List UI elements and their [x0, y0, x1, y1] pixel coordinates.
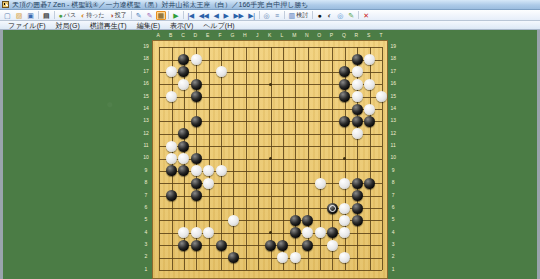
intersection-O10[interactable]	[314, 152, 326, 164]
intersection-F16[interactable]	[215, 78, 227, 90]
intersection-K9[interactable]	[264, 165, 276, 177]
new-file-icon[interactable]: ▢	[2, 11, 13, 20]
intersection-O14[interactable]	[314, 103, 326, 115]
intersection-B8[interactable]	[165, 177, 177, 189]
intersection-J12[interactable]	[252, 128, 264, 140]
pass-button[interactable]: ●パス	[57, 11, 79, 20]
intersection-C1[interactable]	[178, 264, 190, 276]
intersection-L16[interactable]	[277, 78, 289, 90]
intersection-E2[interactable]	[203, 251, 215, 263]
intersection-F15[interactable]	[215, 91, 227, 103]
intersection-M13[interactable]	[289, 115, 301, 127]
intersection-C6[interactable]	[178, 202, 190, 214]
intersection-A8[interactable]	[153, 177, 165, 189]
intersection-A1[interactable]	[153, 264, 165, 276]
intersection-E6[interactable]	[203, 202, 215, 214]
intersection-Q4[interactable]	[339, 227, 351, 239]
intersection-A13[interactable]	[153, 115, 165, 127]
intersection-H13[interactable]	[240, 115, 252, 127]
undo-button[interactable]: ◐待った	[79, 11, 107, 20]
intersection-F12[interactable]	[215, 128, 227, 140]
intersection-B12[interactable]	[165, 128, 177, 140]
intersection-E14[interactable]	[203, 103, 215, 115]
intersection-D10[interactable]	[190, 152, 202, 164]
territory-icon[interactable]: ◎	[335, 11, 345, 20]
intersection-K7[interactable]	[264, 190, 276, 202]
intersection-F9[interactable]	[215, 165, 227, 177]
intersection-S6[interactable]	[363, 202, 375, 214]
intersection-Q15[interactable]	[339, 91, 351, 103]
intersection-D12[interactable]	[190, 128, 202, 140]
intersection-H16[interactable]	[240, 78, 252, 90]
intersection-L6[interactable]	[277, 202, 289, 214]
intersection-Q1[interactable]	[339, 264, 351, 276]
intersection-G13[interactable]	[227, 115, 239, 127]
intersection-T2[interactable]	[376, 251, 388, 263]
intersection-T13[interactable]	[376, 115, 388, 127]
intersection-H3[interactable]	[240, 239, 252, 251]
intersection-M17[interactable]	[289, 66, 301, 78]
intersection-A7[interactable]	[153, 190, 165, 202]
intersection-J15[interactable]	[252, 91, 264, 103]
intersection-S3[interactable]	[363, 239, 375, 251]
save-icon[interactable]: ▣	[25, 11, 36, 20]
intersection-F4[interactable]	[215, 227, 227, 239]
intersection-R5[interactable]	[351, 214, 363, 226]
intersection-A3[interactable]	[153, 239, 165, 251]
intersection-Q5[interactable]	[339, 214, 351, 226]
intersection-G5[interactable]	[227, 214, 239, 226]
intersection-E7[interactable]	[203, 190, 215, 202]
black-stone-icon[interactable]: ●	[315, 11, 324, 20]
intersection-S10[interactable]	[363, 152, 375, 164]
intersection-E3[interactable]	[203, 239, 215, 251]
intersection-S18[interactable]	[363, 53, 375, 65]
intersection-H6[interactable]	[240, 202, 252, 214]
intersection-R6[interactable]	[351, 202, 363, 214]
intersection-N2[interactable]	[302, 251, 314, 263]
intersection-E1[interactable]	[203, 264, 215, 276]
intersection-S11[interactable]	[363, 140, 375, 152]
intersection-S14[interactable]	[363, 103, 375, 115]
intersection-G17[interactable]	[227, 66, 239, 78]
intersection-P7[interactable]	[326, 190, 338, 202]
intersection-M1[interactable]	[289, 264, 301, 276]
intersection-C9[interactable]	[178, 165, 190, 177]
intersection-A19[interactable]	[153, 41, 165, 53]
intersection-L2[interactable]	[277, 251, 289, 263]
intersection-C3[interactable]	[178, 239, 190, 251]
intersection-L12[interactable]	[277, 128, 289, 140]
intersection-M12[interactable]	[289, 128, 301, 140]
intersection-C15[interactable]	[178, 91, 190, 103]
intersection-M11[interactable]	[289, 140, 301, 152]
intersection-D8[interactable]	[190, 177, 202, 189]
intersection-L17[interactable]	[277, 66, 289, 78]
intersection-E10[interactable]	[203, 152, 215, 164]
intersection-S17[interactable]	[363, 66, 375, 78]
intersection-N8[interactable]	[302, 177, 314, 189]
intersection-J14[interactable]	[252, 103, 264, 115]
intersection-N18[interactable]	[302, 53, 314, 65]
intersection-Q18[interactable]	[339, 53, 351, 65]
intersection-H4[interactable]	[240, 227, 252, 239]
intersection-H2[interactable]	[240, 251, 252, 263]
intersection-T4[interactable]	[376, 227, 388, 239]
intersection-G1[interactable]	[227, 264, 239, 276]
intersection-B16[interactable]	[165, 78, 177, 90]
intersection-R10[interactable]	[351, 152, 363, 164]
intersection-C4[interactable]	[178, 227, 190, 239]
intersection-D5[interactable]	[190, 214, 202, 226]
intersection-L3[interactable]	[277, 239, 289, 251]
intersection-J3[interactable]	[252, 239, 264, 251]
intersection-D1[interactable]	[190, 264, 202, 276]
intersection-N16[interactable]	[302, 78, 314, 90]
intersection-N11[interactable]	[302, 140, 314, 152]
intersection-S16[interactable]	[363, 78, 375, 90]
intersection-P15[interactable]	[326, 91, 338, 103]
intersection-N6[interactable]	[302, 202, 314, 214]
go-board[interactable]	[152, 40, 388, 279]
intersection-H10[interactable]	[240, 152, 252, 164]
intersection-E17[interactable]	[203, 66, 215, 78]
menu-item-1[interactable]: 対局(G)	[52, 21, 84, 30]
intersection-T12[interactable]	[376, 128, 388, 140]
intersection-Q14[interactable]	[339, 103, 351, 115]
intersection-Q9[interactable]	[339, 165, 351, 177]
intersection-F18[interactable]	[215, 53, 227, 65]
intersection-J7[interactable]	[252, 190, 264, 202]
intersection-O12[interactable]	[314, 128, 326, 140]
intersection-H8[interactable]	[240, 177, 252, 189]
intersection-P10[interactable]	[326, 152, 338, 164]
intersection-H1[interactable]	[240, 264, 252, 276]
intersection-E12[interactable]	[203, 128, 215, 140]
intersection-B19[interactable]	[165, 41, 177, 53]
intersection-G19[interactable]	[227, 41, 239, 53]
intersection-T16[interactable]	[376, 78, 388, 90]
intersection-H7[interactable]	[240, 190, 252, 202]
intersection-K11[interactable]	[264, 140, 276, 152]
intersection-M14[interactable]	[289, 103, 301, 115]
intersection-J5[interactable]	[252, 214, 264, 226]
intersection-H19[interactable]	[240, 41, 252, 53]
intersection-J8[interactable]	[252, 177, 264, 189]
intersection-A5[interactable]	[153, 214, 165, 226]
intersection-S2[interactable]	[363, 251, 375, 263]
intersection-B13[interactable]	[165, 115, 177, 127]
intersection-A9[interactable]	[153, 165, 165, 177]
intersection-A14[interactable]	[153, 103, 165, 115]
intersection-D7[interactable]	[190, 190, 202, 202]
intersection-T7[interactable]	[376, 190, 388, 202]
intersection-G6[interactable]	[227, 202, 239, 214]
intersection-Q11[interactable]	[339, 140, 351, 152]
intersection-L11[interactable]	[277, 140, 289, 152]
intersection-C7[interactable]	[178, 190, 190, 202]
play-button[interactable]: ▶	[171, 11, 180, 20]
intersection-G12[interactable]	[227, 128, 239, 140]
intersection-N10[interactable]	[302, 152, 314, 164]
intersection-H17[interactable]	[240, 66, 252, 78]
intersection-J2[interactable]	[252, 251, 264, 263]
intersection-T11[interactable]	[376, 140, 388, 152]
intersection-T14[interactable]	[376, 103, 388, 115]
intersection-S1[interactable]	[363, 264, 375, 276]
intersection-Q2[interactable]	[339, 251, 351, 263]
intersection-B6[interactable]	[165, 202, 177, 214]
intersection-B9[interactable]	[165, 165, 177, 177]
intersection-Q13[interactable]	[339, 115, 351, 127]
menu-item-2[interactable]: 棋譜再生(T)	[86, 21, 131, 30]
intersection-D15[interactable]	[190, 91, 202, 103]
intersection-J17[interactable]	[252, 66, 264, 78]
intersection-S7[interactable]	[363, 190, 375, 202]
intersection-G11[interactable]	[227, 140, 239, 152]
intersection-M15[interactable]	[289, 91, 301, 103]
intersection-F13[interactable]	[215, 115, 227, 127]
intersection-M9[interactable]	[289, 165, 301, 177]
intersection-Q19[interactable]	[339, 41, 351, 53]
pen-icon[interactable]: ✎	[134, 11, 144, 20]
intersection-F11[interactable]	[215, 140, 227, 152]
intersection-K17[interactable]	[264, 66, 276, 78]
white-stone-icon[interactable]: ◐	[325, 11, 334, 20]
print-icon[interactable]: ▤	[41, 11, 52, 20]
edit-pen-icon[interactable]: ✎	[346, 11, 356, 20]
intersection-H18[interactable]	[240, 53, 252, 65]
intersection-F10[interactable]	[215, 152, 227, 164]
intersection-R8[interactable]	[351, 177, 363, 189]
intersection-B14[interactable]	[165, 103, 177, 115]
intersection-T19[interactable]	[376, 41, 388, 53]
intersection-C18[interactable]	[178, 53, 190, 65]
intersection-C10[interactable]	[178, 152, 190, 164]
intersection-K6[interactable]	[264, 202, 276, 214]
intersection-M18[interactable]	[289, 53, 301, 65]
intersection-K18[interactable]	[264, 53, 276, 65]
intersection-D13[interactable]	[190, 115, 202, 127]
intersection-N5[interactable]	[302, 214, 314, 226]
intersection-H5[interactable]	[240, 214, 252, 226]
intersection-C17[interactable]	[178, 66, 190, 78]
intersection-K5[interactable]	[264, 214, 276, 226]
intersection-E9[interactable]	[203, 165, 215, 177]
intersection-D9[interactable]	[190, 165, 202, 177]
intersection-P11[interactable]	[326, 140, 338, 152]
zoom-icon[interactable]: ◎	[262, 11, 272, 20]
intersection-C12[interactable]	[178, 128, 190, 140]
intersection-A10[interactable]	[153, 152, 165, 164]
intersection-R14[interactable]	[351, 103, 363, 115]
intersection-T8[interactable]	[376, 177, 388, 189]
intersection-R11[interactable]	[351, 140, 363, 152]
intersection-T17[interactable]	[376, 66, 388, 78]
intersection-E4[interactable]	[203, 227, 215, 239]
intersection-R17[interactable]	[351, 66, 363, 78]
intersection-R2[interactable]	[351, 251, 363, 263]
intersection-K13[interactable]	[264, 115, 276, 127]
intersection-C14[interactable]	[178, 103, 190, 115]
intersection-O1[interactable]	[314, 264, 326, 276]
intersection-D3[interactable]	[190, 239, 202, 251]
intersection-O8[interactable]	[314, 177, 326, 189]
intersection-J10[interactable]	[252, 152, 264, 164]
brush-icon[interactable]: ✎	[145, 11, 155, 20]
intersection-F19[interactable]	[215, 41, 227, 53]
intersection-D19[interactable]	[190, 41, 202, 53]
intersection-E11[interactable]	[203, 140, 215, 152]
intersection-R16[interactable]	[351, 78, 363, 90]
menu-item-5[interactable]: ヘルプ(H)	[199, 21, 238, 30]
intersection-E8[interactable]	[203, 177, 215, 189]
intersection-P6[interactable]	[326, 202, 338, 214]
intersection-L9[interactable]	[277, 165, 289, 177]
intersection-K1[interactable]	[264, 264, 276, 276]
intersection-B10[interactable]	[165, 152, 177, 164]
intersection-M3[interactable]	[289, 239, 301, 251]
intersection-Q12[interactable]	[339, 128, 351, 140]
intersection-D18[interactable]	[190, 53, 202, 65]
intersection-F2[interactable]	[215, 251, 227, 263]
intersection-C16[interactable]	[178, 78, 190, 90]
close-button[interactable]: ✕	[361, 11, 371, 20]
intersection-G9[interactable]	[227, 165, 239, 177]
intersection-L15[interactable]	[277, 91, 289, 103]
intersection-J13[interactable]	[252, 115, 264, 127]
intersection-M8[interactable]	[289, 177, 301, 189]
intersection-G18[interactable]	[227, 53, 239, 65]
intersection-P17[interactable]	[326, 66, 338, 78]
intersection-H15[interactable]	[240, 91, 252, 103]
intersection-M5[interactable]	[289, 214, 301, 226]
intersection-F8[interactable]	[215, 177, 227, 189]
intersection-M19[interactable]	[289, 41, 301, 53]
intersection-A6[interactable]	[153, 202, 165, 214]
intersection-M4[interactable]	[289, 227, 301, 239]
intersection-Q6[interactable]	[339, 202, 351, 214]
intersection-P2[interactable]	[326, 251, 338, 263]
intersection-D14[interactable]	[190, 103, 202, 115]
intersection-Q10[interactable]	[339, 152, 351, 164]
intersection-A16[interactable]	[153, 78, 165, 90]
intersection-O2[interactable]	[314, 251, 326, 263]
intersection-B11[interactable]	[165, 140, 177, 152]
intersection-S15[interactable]	[363, 91, 375, 103]
intersection-R12[interactable]	[351, 128, 363, 140]
intersection-O9[interactable]	[314, 165, 326, 177]
intersection-H12[interactable]	[240, 128, 252, 140]
intersection-S12[interactable]	[363, 128, 375, 140]
intersection-G3[interactable]	[227, 239, 239, 251]
intersection-L1[interactable]	[277, 264, 289, 276]
intersection-R19[interactable]	[351, 41, 363, 53]
menu-item-3[interactable]: 編集(E)	[133, 21, 164, 30]
intersection-P1[interactable]	[326, 264, 338, 276]
intersection-C5[interactable]	[178, 214, 190, 226]
intersection-T15[interactable]	[376, 91, 388, 103]
intersection-S8[interactable]	[363, 177, 375, 189]
intersection-N7[interactable]	[302, 190, 314, 202]
intersection-F3[interactable]	[215, 239, 227, 251]
nav-back-button[interactable]: ◀	[212, 11, 221, 20]
intersection-J6[interactable]	[252, 202, 264, 214]
intersection-L5[interactable]	[277, 214, 289, 226]
intersection-A17[interactable]	[153, 66, 165, 78]
intersection-D17[interactable]	[190, 66, 202, 78]
intersection-G4[interactable]	[227, 227, 239, 239]
intersection-G8[interactable]	[227, 177, 239, 189]
intersection-C2[interactable]	[178, 251, 190, 263]
intersection-B15[interactable]	[165, 91, 177, 103]
intersection-P12[interactable]	[326, 128, 338, 140]
intersection-J1[interactable]	[252, 264, 264, 276]
intersection-P19[interactable]	[326, 41, 338, 53]
intersection-K19[interactable]	[264, 41, 276, 53]
intersection-K2[interactable]	[264, 251, 276, 263]
nav-fast-back-button[interactable]: ◀◀	[197, 11, 211, 20]
intersection-L8[interactable]	[277, 177, 289, 189]
intersection-O3[interactable]	[314, 239, 326, 251]
intersection-E19[interactable]	[203, 41, 215, 53]
intersection-O16[interactable]	[314, 78, 326, 90]
intersection-F5[interactable]	[215, 214, 227, 226]
intersection-P8[interactable]	[326, 177, 338, 189]
intersection-P4[interactable]	[326, 227, 338, 239]
intersection-L10[interactable]	[277, 152, 289, 164]
intersection-H9[interactable]	[240, 165, 252, 177]
intersection-G15[interactable]	[227, 91, 239, 103]
intersection-M7[interactable]	[289, 190, 301, 202]
nav-forward-button[interactable]: ▶	[222, 11, 231, 20]
intersection-F17[interactable]	[215, 66, 227, 78]
intersection-L4[interactable]	[277, 227, 289, 239]
intersection-S9[interactable]	[363, 165, 375, 177]
intersection-K16[interactable]	[264, 78, 276, 90]
intersection-Q17[interactable]	[339, 66, 351, 78]
intersection-J9[interactable]	[252, 165, 264, 177]
intersection-P13[interactable]	[326, 115, 338, 127]
intersection-Q7[interactable]	[339, 190, 351, 202]
menu-item-0[interactable]: ファイル(F)	[4, 21, 50, 30]
intersection-O4[interactable]	[314, 227, 326, 239]
intersection-T6[interactable]	[376, 202, 388, 214]
intersection-O18[interactable]	[314, 53, 326, 65]
intersection-C13[interactable]	[178, 115, 190, 127]
intersection-O5[interactable]	[314, 214, 326, 226]
intersection-K4[interactable]	[264, 227, 276, 239]
intersection-A18[interactable]	[153, 53, 165, 65]
intersection-P18[interactable]	[326, 53, 338, 65]
intersection-T10[interactable]	[376, 152, 388, 164]
intersection-O11[interactable]	[314, 140, 326, 152]
intersection-P5[interactable]	[326, 214, 338, 226]
intersection-F1[interactable]	[215, 264, 227, 276]
intersection-G7[interactable]	[227, 190, 239, 202]
intersection-C19[interactable]	[178, 41, 190, 53]
intersection-E16[interactable]	[203, 78, 215, 90]
intersection-Q3[interactable]	[339, 239, 351, 251]
intersection-N13[interactable]	[302, 115, 314, 127]
resign-button[interactable]: ◑投了	[108, 11, 129, 20]
intersection-N14[interactable]	[302, 103, 314, 115]
intersection-B1[interactable]	[165, 264, 177, 276]
intersection-K8[interactable]	[264, 177, 276, 189]
menu-item-4[interactable]: 表示(V)	[166, 21, 197, 30]
intersection-N1[interactable]	[302, 264, 314, 276]
intersection-K14[interactable]	[264, 103, 276, 115]
